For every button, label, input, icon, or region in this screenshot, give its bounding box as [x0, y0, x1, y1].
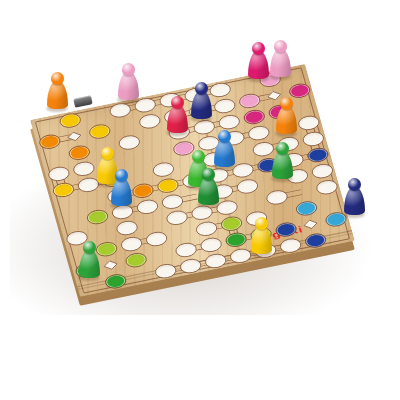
pawn-head — [83, 241, 96, 254]
pawn-green-15[interactable] — [77, 241, 101, 279]
pawn-head — [115, 169, 128, 182]
pawn-green-8[interactable] — [270, 142, 294, 180]
pawn-dark-blue-4[interactable] — [189, 82, 213, 120]
pawn-layer — [0, 0, 400, 400]
pawn-blue-12[interactable] — [109, 169, 133, 207]
pawn-head — [202, 168, 215, 181]
pawn-green-10[interactable] — [196, 168, 220, 206]
pawn-body — [214, 139, 235, 167]
pawn-head — [274, 40, 287, 53]
pawn-body — [118, 72, 139, 100]
photo-background: goki — [0, 0, 400, 400]
pawn-light-pink-1[interactable] — [116, 63, 140, 101]
pawn-head — [218, 130, 231, 143]
pawn-head — [348, 178, 361, 191]
pawn-dark-blue-13[interactable] — [342, 178, 366, 216]
pawn-yellow-14[interactable] — [249, 217, 273, 255]
pawn-raspberry-2[interactable] — [246, 42, 270, 80]
pawn-body — [276, 106, 297, 134]
pawn-light-pink-3[interactable] — [268, 40, 292, 78]
pawn-body — [272, 151, 293, 179]
pawn-body — [47, 81, 68, 109]
pawn-blue-6[interactable] — [212, 130, 236, 168]
pawn-head — [280, 97, 293, 110]
pawn-body — [79, 250, 100, 278]
pawn-body — [251, 226, 272, 254]
pawn-body — [198, 177, 219, 205]
pawn-body — [167, 105, 188, 133]
pawn-head — [171, 96, 184, 109]
pawn-body — [270, 49, 291, 77]
pawn-head — [192, 150, 205, 163]
pawn-body — [191, 91, 212, 119]
pawn-head — [276, 142, 289, 155]
pawn-head — [101, 147, 114, 160]
pawn-orange-7[interactable] — [274, 97, 298, 135]
pawn-head — [51, 72, 64, 85]
pawn-head — [122, 63, 135, 76]
pawn-red-5[interactable] — [165, 96, 189, 134]
pawn-orange-0[interactable] — [45, 72, 69, 110]
pawn-body — [111, 178, 132, 206]
pawn-head — [252, 42, 265, 55]
pawn-body — [248, 51, 269, 79]
pawn-head — [255, 217, 268, 230]
pawn-body — [344, 187, 365, 215]
pawn-head — [195, 82, 208, 95]
